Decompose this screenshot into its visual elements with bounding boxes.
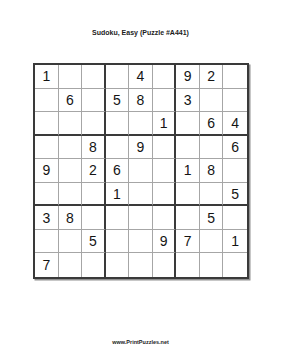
cell-r7c4[interactable] bbox=[106, 206, 130, 230]
cell-r8c5[interactable] bbox=[129, 230, 153, 254]
cell-r7c9[interactable] bbox=[223, 206, 247, 230]
cell-r6c1[interactable] bbox=[35, 183, 59, 207]
cell-r1c5[interactable]: 4 bbox=[129, 65, 153, 89]
cell-r6c5[interactable] bbox=[129, 183, 153, 207]
cell-r8c7[interactable]: 7 bbox=[176, 230, 200, 254]
cell-r1c8[interactable]: 2 bbox=[200, 65, 224, 89]
cell-r1c3[interactable] bbox=[82, 65, 106, 89]
cell-r9c9[interactable] bbox=[223, 253, 247, 277]
cell-r4c7[interactable] bbox=[176, 136, 200, 160]
cell-r9c8[interactable] bbox=[200, 253, 224, 277]
footer-url: www.PrintPuzzles.net bbox=[0, 339, 281, 345]
cell-r1c9[interactable] bbox=[223, 65, 247, 89]
cell-r1c6[interactable] bbox=[153, 65, 177, 89]
cell-r2c2[interactable]: 6 bbox=[59, 89, 83, 113]
cell-r8c9[interactable]: 1 bbox=[223, 230, 247, 254]
cell-r6c7[interactable] bbox=[176, 183, 200, 207]
cell-r6c6[interactable] bbox=[153, 183, 177, 207]
cell-r4c4[interactable] bbox=[106, 136, 130, 160]
cell-r4c6[interactable] bbox=[153, 136, 177, 160]
cell-r7c7[interactable] bbox=[176, 206, 200, 230]
cell-r2c6[interactable] bbox=[153, 89, 177, 113]
cell-r9c3[interactable] bbox=[82, 253, 106, 277]
cell-r2c5[interactable]: 8 bbox=[129, 89, 153, 113]
cell-r4c9[interactable]: 6 bbox=[223, 136, 247, 160]
cell-r9c4[interactable] bbox=[106, 253, 130, 277]
cell-r7c5[interactable] bbox=[129, 206, 153, 230]
cell-r2c7[interactable]: 3 bbox=[176, 89, 200, 113]
cell-r1c1[interactable]: 1 bbox=[35, 65, 59, 89]
cell-r9c2[interactable] bbox=[59, 253, 83, 277]
page-title: Sudoku, Easy (Puzzle #A441) bbox=[0, 29, 281, 37]
cell-r9c5[interactable] bbox=[129, 253, 153, 277]
cell-r8c8[interactable] bbox=[200, 230, 224, 254]
cell-r5c4[interactable]: 6 bbox=[106, 159, 130, 183]
cell-r4c5[interactable]: 9 bbox=[129, 136, 153, 160]
cell-r1c2[interactable] bbox=[59, 65, 83, 89]
cell-r7c8[interactable]: 5 bbox=[200, 206, 224, 230]
cell-r2c4[interactable]: 5 bbox=[106, 89, 130, 113]
cell-r7c6[interactable] bbox=[153, 206, 177, 230]
cell-r4c1[interactable] bbox=[35, 136, 59, 160]
cell-r3c1[interactable] bbox=[35, 112, 59, 136]
cell-r2c3[interactable] bbox=[82, 89, 106, 113]
cell-r6c4[interactable]: 1 bbox=[106, 183, 130, 207]
cell-r9c6[interactable] bbox=[153, 253, 177, 277]
cell-r5c9[interactable] bbox=[223, 159, 247, 183]
cell-r1c7[interactable]: 9 bbox=[176, 65, 200, 89]
cell-r5c2[interactable] bbox=[59, 159, 83, 183]
cell-r9c7[interactable] bbox=[176, 253, 200, 277]
cell-r8c1[interactable] bbox=[35, 230, 59, 254]
cell-r3c2[interactable] bbox=[59, 112, 83, 136]
cell-r3c3[interactable] bbox=[82, 112, 106, 136]
sudoku-board: 14926583164896926181538559717 bbox=[33, 63, 249, 279]
cell-r2c9[interactable] bbox=[223, 89, 247, 113]
cell-r8c6[interactable]: 9 bbox=[153, 230, 177, 254]
cell-r6c8[interactable] bbox=[200, 183, 224, 207]
cell-r8c4[interactable] bbox=[106, 230, 130, 254]
cell-r8c3[interactable]: 5 bbox=[82, 230, 106, 254]
cell-r4c2[interactable] bbox=[59, 136, 83, 160]
cell-r6c2[interactable] bbox=[59, 183, 83, 207]
cell-r3c8[interactable]: 6 bbox=[200, 112, 224, 136]
cell-r6c3[interactable] bbox=[82, 183, 106, 207]
cell-r2c8[interactable] bbox=[200, 89, 224, 113]
cell-r5c7[interactable]: 1 bbox=[176, 159, 200, 183]
cell-r5c8[interactable]: 8 bbox=[200, 159, 224, 183]
cell-r4c3[interactable]: 8 bbox=[82, 136, 106, 160]
cell-r3c4[interactable] bbox=[106, 112, 130, 136]
cell-r1c4[interactable] bbox=[106, 65, 130, 89]
cell-r9c1[interactable]: 7 bbox=[35, 253, 59, 277]
cell-r7c2[interactable]: 8 bbox=[59, 206, 83, 230]
cell-r8c2[interactable] bbox=[59, 230, 83, 254]
cell-r5c1[interactable]: 9 bbox=[35, 159, 59, 183]
cell-r6c9[interactable]: 5 bbox=[223, 183, 247, 207]
cell-r2c1[interactable] bbox=[35, 89, 59, 113]
cell-r4c8[interactable] bbox=[200, 136, 224, 160]
cell-r3c5[interactable] bbox=[129, 112, 153, 136]
cell-r5c6[interactable] bbox=[153, 159, 177, 183]
cell-r3c6[interactable]: 1 bbox=[153, 112, 177, 136]
cell-r3c9[interactable]: 4 bbox=[223, 112, 247, 136]
cell-r7c3[interactable] bbox=[82, 206, 106, 230]
cell-r7c1[interactable]: 3 bbox=[35, 206, 59, 230]
cell-r5c3[interactable]: 2 bbox=[82, 159, 106, 183]
cell-r3c7[interactable] bbox=[176, 112, 200, 136]
cell-r5c5[interactable] bbox=[129, 159, 153, 183]
